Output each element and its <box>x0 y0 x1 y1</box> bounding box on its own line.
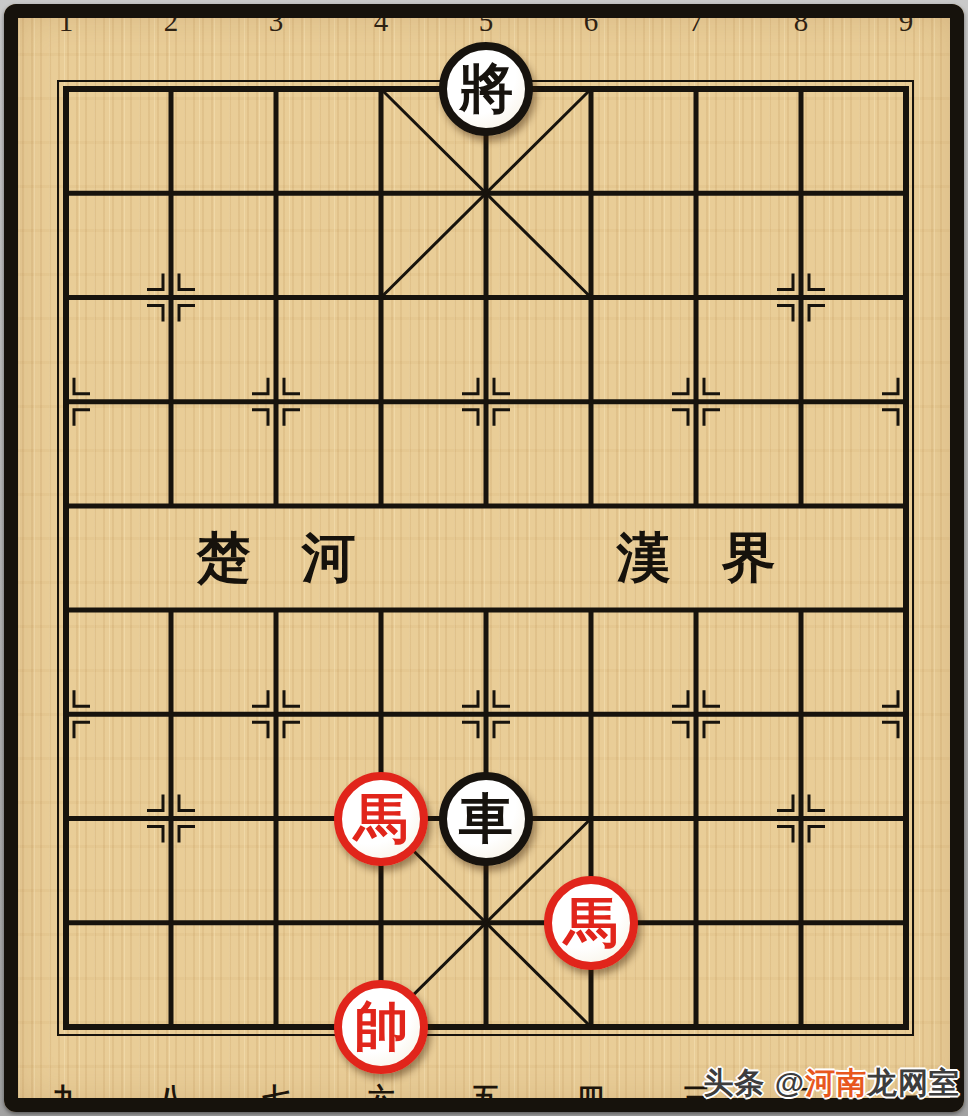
bottom-file-label-6: 四 <box>569 1080 613 1116</box>
bottom-file-label-4: 六 <box>359 1080 403 1116</box>
piece-black-chariot[interactable]: 車 <box>439 772 533 866</box>
piece-red-general[interactable]: 帥 <box>334 980 428 1074</box>
watermark-highlight: 河南 <box>805 1066 867 1099</box>
bottom-file-label-5: 五 <box>464 1080 508 1116</box>
piece-red-horse-2[interactable]: 馬 <box>544 876 638 970</box>
bottom-file-label-3: 七 <box>254 1080 298 1116</box>
bottom-file-label-2: 八 <box>149 1080 193 1116</box>
top-file-label-6: 6 <box>569 5 613 38</box>
bottom-file-label-1: 九 <box>44 1080 88 1116</box>
top-file-label-5: 5 <box>464 5 508 38</box>
top-file-label-2: 2 <box>149 5 193 38</box>
watermark-suffix: 龙网室 <box>867 1066 960 1099</box>
piece-black-general[interactable]: 將 <box>439 42 533 136</box>
top-file-label-3: 3 <box>254 5 298 38</box>
top-file-label-9: 9 <box>884 5 928 38</box>
top-file-label-4: 4 <box>359 5 403 38</box>
top-file-label-7: 7 <box>674 5 718 38</box>
watermark: 头条 @河南龙网室 <box>703 1063 960 1104</box>
top-file-label-1: 1 <box>44 5 88 38</box>
pieces-layer: 將馬車馬帥 <box>14 37 959 1079</box>
top-file-label-8: 8 <box>779 5 823 38</box>
xiangqi-board-screenshot: 123456789 九八七六五四三二一 楚河漢界 將馬車馬帥 头条 @河南龙网室 <box>0 0 968 1116</box>
watermark-prefix: 头条 @ <box>703 1066 805 1099</box>
piece-red-horse-1[interactable]: 馬 <box>334 772 428 866</box>
